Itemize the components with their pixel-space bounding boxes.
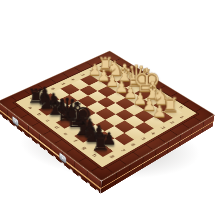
chess-box: abcdefgh1♜♞♝♛♚♝♞♜12♟♟♟♟♟♟♟♟2334455667♟♟♟… bbox=[0, 51, 215, 182]
white-pawn: ♟ bbox=[142, 97, 156, 113]
box-top: abcdefgh1♜♞♝♛♚♝♞♜12♟♟♟♟♟♟♟♟2334455667♟♟♟… bbox=[0, 51, 215, 182]
scene: abcdefgh1♜♞♝♛♚♝♞♜12♟♟♟♟♟♟♟♟2334455667♟♟♟… bbox=[0, 0, 220, 220]
perspective-wrapper: abcdefgh1♜♞♝♛♚♝♞♜12♟♟♟♟♟♟♟♟2334455667♟♟♟… bbox=[0, 0, 220, 220]
